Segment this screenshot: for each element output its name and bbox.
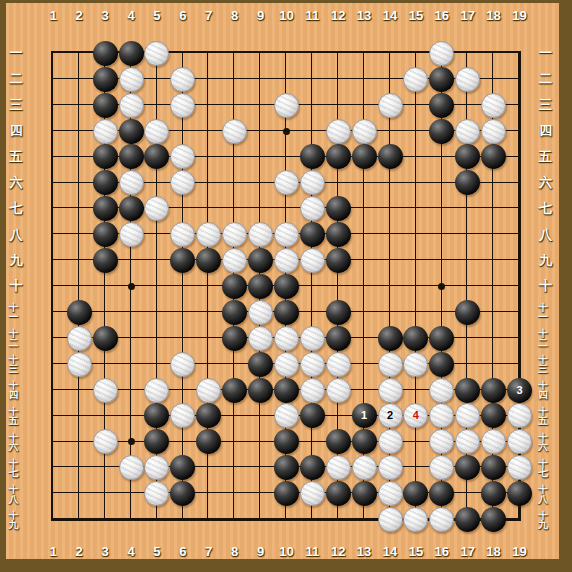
row-label: 十一	[8, 299, 19, 325]
black-stone-c14-r5[interactable]	[378, 144, 403, 169]
row-label: 十一	[538, 299, 549, 325]
row-label: 十八	[538, 481, 549, 507]
black-stone-c10-r10[interactable]	[274, 274, 299, 299]
black-stone-c4-r5[interactable]	[119, 144, 144, 169]
column-label: 17	[455, 7, 481, 23]
black-stone-c3-r1[interactable]	[93, 41, 118, 66]
column-label: 14	[377, 7, 403, 23]
white-stone-c11-r14[interactable]	[300, 378, 325, 403]
row-label: 十九	[538, 507, 549, 533]
row-label: 十五	[8, 403, 19, 429]
white-stone-c12-r4[interactable]	[326, 119, 351, 144]
white-stone-c4-r6[interactable]	[119, 170, 144, 195]
column-label: 19	[507, 7, 533, 23]
row-label: 四	[8, 118, 24, 144]
column-label: 16	[429, 544, 455, 560]
white-stone-c11-r18[interactable]	[300, 481, 325, 506]
column-label: 10	[273, 544, 299, 560]
move-number-label: 4	[413, 410, 419, 421]
black-stone-c4-r1[interactable]	[119, 41, 144, 66]
black-stone-c10-r17[interactable]	[274, 455, 299, 480]
column-label: 4	[118, 544, 144, 560]
white-stone-c9-r8[interactable]	[248, 222, 273, 247]
white-stone-c17-r2[interactable]	[455, 67, 480, 92]
black-stone-c16-r13[interactable]	[429, 352, 454, 377]
black-stone-c11-r17[interactable]	[300, 455, 325, 480]
white-stone-c6-r2[interactable]	[170, 67, 195, 92]
black-stone-c19-r18[interactable]	[507, 481, 532, 506]
white-stone-c17-r4[interactable]	[455, 119, 480, 144]
black-stone-c9-r9[interactable]	[248, 248, 273, 273]
white-stone-c4-r3[interactable]	[119, 93, 144, 118]
row-label: 十三	[8, 351, 19, 377]
row-label: 七	[8, 196, 24, 222]
black-stone-c12-r9[interactable]	[326, 248, 351, 273]
black-stone-c10-r14[interactable]	[274, 378, 299, 403]
black-stone-c4-r7[interactable]	[119, 196, 144, 221]
black-stone-c3-r2[interactable]	[93, 67, 118, 92]
white-stone-c15-r2[interactable]	[403, 67, 428, 92]
black-stone-c12-r11[interactable]	[326, 300, 351, 325]
row-label: 六	[8, 170, 24, 196]
row-label: 二	[8, 66, 24, 92]
white-stone-c10-r9[interactable]	[274, 248, 299, 273]
column-label: 7	[196, 7, 222, 23]
black-stone-c12-r18[interactable]	[326, 481, 351, 506]
column-label: 18	[481, 544, 507, 560]
black-stone-c18-r19[interactable]	[481, 507, 506, 532]
black-stone-c13-r18[interactable]	[352, 481, 377, 506]
black-stone-c19-r14[interactable]: 3	[507, 378, 532, 403]
black-stone-c18-r14[interactable]	[481, 378, 506, 403]
black-stone-c15-r12[interactable]	[403, 326, 428, 351]
column-label: 15	[403, 7, 429, 23]
white-stone-c4-r17[interactable]	[119, 455, 144, 480]
white-stone-c11-r12[interactable]	[300, 326, 325, 351]
white-stone-c19-r16[interactable]	[507, 429, 532, 454]
row-label: 一	[538, 40, 554, 66]
black-stone-c8-r14[interactable]	[222, 378, 247, 403]
column-label: 12	[325, 544, 351, 560]
white-stone-c11-r7[interactable]	[300, 196, 325, 221]
move-number-label: 3	[516, 385, 522, 396]
column-label: 1	[40, 7, 66, 23]
column-label: 12	[325, 7, 351, 23]
black-stone-c3-r3[interactable]	[93, 93, 118, 118]
black-stone-c4-r4[interactable]	[119, 119, 144, 144]
column-label: 18	[481, 7, 507, 23]
column-label: 5	[144, 7, 170, 23]
column-label: 6	[170, 7, 196, 23]
black-stone-c2-r11[interactable]	[67, 300, 92, 325]
black-stone-c3-r8[interactable]	[93, 222, 118, 247]
white-stone-c16-r1[interactable]	[429, 41, 454, 66]
row-label: 九	[8, 248, 24, 274]
white-stone-c12-r17[interactable]	[326, 455, 351, 480]
row-label: 五	[538, 144, 554, 170]
white-stone-c14-r19[interactable]	[378, 507, 403, 532]
column-label: 10	[273, 7, 299, 23]
black-stone-c12-r7[interactable]	[326, 196, 351, 221]
white-stone-c16-r14[interactable]	[429, 378, 454, 403]
black-stone-c10-r11[interactable]	[274, 300, 299, 325]
column-label: 9	[248, 7, 274, 23]
column-label: 8	[222, 7, 248, 23]
white-stone-c6-r13[interactable]	[170, 352, 195, 377]
black-stone-c9-r13[interactable]	[248, 352, 273, 377]
black-stone-c12-r12[interactable]	[326, 326, 351, 351]
black-stone-c8-r10[interactable]	[222, 274, 247, 299]
row-label: 八	[538, 222, 554, 248]
column-label: 7	[196, 544, 222, 560]
black-stone-c3-r5[interactable]	[93, 144, 118, 169]
black-stone-c9-r10[interactable]	[248, 274, 273, 299]
white-stone-c3-r14[interactable]	[93, 378, 118, 403]
column-label: 3	[92, 7, 118, 23]
black-stone-c16-r12[interactable]	[429, 326, 454, 351]
white-stone-c19-r15[interactable]	[507, 403, 532, 428]
column-label: 13	[351, 7, 377, 23]
row-label: 三	[538, 92, 554, 118]
column-label: 1	[40, 544, 66, 560]
black-stone-c3-r9[interactable]	[93, 248, 118, 273]
white-stone-c5-r14[interactable]	[144, 378, 169, 403]
white-stone-c13-r17[interactable]	[352, 455, 377, 480]
black-stone-c17-r14[interactable]	[455, 378, 480, 403]
row-label: 三	[8, 92, 24, 118]
black-stone-c11-r8[interactable]	[300, 222, 325, 247]
row-label: 一	[8, 40, 24, 66]
column-label: 5	[144, 544, 170, 560]
white-stone-c5-r4[interactable]	[144, 119, 169, 144]
column-label: 13	[351, 544, 377, 560]
white-stone-c14-r17[interactable]	[378, 455, 403, 480]
white-stone-c9-r11[interactable]	[248, 300, 273, 325]
white-stone-c15-r13[interactable]	[403, 352, 428, 377]
row-label: 五	[8, 144, 24, 170]
black-stone-c10-r18[interactable]	[274, 481, 299, 506]
white-stone-c15-r19[interactable]	[403, 507, 428, 532]
white-stone-c8-r4[interactable]	[222, 119, 247, 144]
star-point	[128, 438, 135, 445]
row-label: 二	[538, 66, 554, 92]
white-stone-c11-r6[interactable]	[300, 170, 325, 195]
column-label: 11	[299, 7, 325, 23]
row-label: 十五	[538, 403, 549, 429]
row-label: 十七	[8, 455, 19, 481]
row-label: 十六	[8, 429, 19, 455]
black-stone-c12-r8[interactable]	[326, 222, 351, 247]
go-board-screenshot: { "game": "go", "board": { "size": 19, "…	[0, 0, 572, 572]
black-stone-c13-r15[interactable]: 1	[352, 403, 377, 428]
goban-board[interactable]: 12345678910111213141516171819 1234567891…	[6, 3, 559, 559]
black-stone-c3-r7[interactable]	[93, 196, 118, 221]
white-stone-c14-r16[interactable]	[378, 429, 403, 454]
black-stone-c14-r12[interactable]	[378, 326, 403, 351]
move-number-label: 2	[387, 410, 393, 421]
black-stone-c9-r14[interactable]	[248, 378, 273, 403]
column-label: 16	[429, 7, 455, 23]
white-stone-c13-r4[interactable]	[352, 119, 377, 144]
white-stone-c16-r19[interactable]	[429, 507, 454, 532]
row-label: 十六	[538, 429, 549, 455]
row-label: 十四	[8, 377, 19, 403]
column-label: 6	[170, 544, 196, 560]
white-stone-c14-r3[interactable]	[378, 93, 403, 118]
black-stone-c13-r5[interactable]	[352, 144, 377, 169]
white-stone-c3-r16[interactable]	[93, 429, 118, 454]
white-stone-c11-r13[interactable]	[300, 352, 325, 377]
black-stone-c8-r11[interactable]	[222, 300, 247, 325]
move-number-label: 1	[361, 410, 367, 421]
white-stone-c6-r3[interactable]	[170, 93, 195, 118]
black-stone-c17-r19[interactable]	[455, 507, 480, 532]
white-stone-c8-r9[interactable]	[222, 248, 247, 273]
row-label: 十	[8, 273, 24, 299]
row-label: 六	[538, 170, 554, 196]
black-stone-c3-r6[interactable]	[93, 170, 118, 195]
column-label: 4	[118, 7, 144, 23]
white-stone-c2-r12[interactable]	[67, 326, 92, 351]
white-stone-c12-r14[interactable]	[326, 378, 351, 403]
white-stone-c11-r9[interactable]	[300, 248, 325, 273]
white-stone-c12-r13[interactable]	[326, 352, 351, 377]
column-label: 15	[403, 544, 429, 560]
black-stone-c16-r4[interactable]	[429, 119, 454, 144]
column-label: 11	[299, 544, 325, 560]
black-stone-c12-r5[interactable]	[326, 144, 351, 169]
row-label: 七	[538, 196, 554, 222]
white-stone-c10-r12[interactable]	[274, 326, 299, 351]
white-stone-c9-r12[interactable]	[248, 326, 273, 351]
column-label: 14	[377, 544, 403, 560]
white-stone-c18-r4[interactable]	[481, 119, 506, 144]
white-stone-c10-r3[interactable]	[274, 93, 299, 118]
column-label: 19	[507, 544, 533, 560]
column-label: 8	[222, 544, 248, 560]
row-label: 十三	[538, 351, 549, 377]
black-stone-c13-r16[interactable]	[352, 429, 377, 454]
black-stone-c16-r3[interactable]	[429, 93, 454, 118]
column-label: 2	[66, 544, 92, 560]
black-stone-c3-r12[interactable]	[93, 326, 118, 351]
row-label: 十	[538, 273, 554, 299]
white-stone-c2-r13[interactable]	[67, 352, 92, 377]
black-stone-c16-r2[interactable]	[429, 67, 454, 92]
row-label: 十七	[538, 455, 549, 481]
white-stone-c14-r14[interactable]	[378, 378, 403, 403]
white-stone-c19-r17[interactable]	[507, 455, 532, 480]
black-stone-c8-r12[interactable]	[222, 326, 247, 351]
star-point	[283, 128, 290, 135]
white-stone-c10-r8[interactable]	[274, 222, 299, 247]
row-label: 八	[8, 222, 24, 248]
row-label: 十二	[538, 325, 549, 351]
white-stone-c3-r4[interactable]	[93, 119, 118, 144]
white-stone-c14-r15[interactable]: 2	[378, 403, 403, 428]
white-stone-c4-r8[interactable]	[119, 222, 144, 247]
column-label: 9	[248, 544, 274, 560]
white-stone-c18-r3[interactable]	[481, 93, 506, 118]
white-stone-c14-r18[interactable]	[378, 481, 403, 506]
column-label: 3	[92, 544, 118, 560]
star-point	[128, 283, 135, 290]
row-label: 九	[538, 248, 554, 274]
black-stone-c17-r11[interactable]	[455, 300, 480, 325]
white-stone-c14-r13[interactable]	[378, 352, 403, 377]
row-label: 十八	[8, 481, 19, 507]
column-label: 2	[66, 7, 92, 23]
white-stone-c4-r2[interactable]	[119, 67, 144, 92]
white-stone-c7-r14[interactable]	[196, 378, 221, 403]
row-label: 十九	[8, 507, 19, 533]
row-label: 四	[538, 118, 554, 144]
black-stone-c12-r16[interactable]	[326, 429, 351, 454]
row-label: 十四	[538, 377, 549, 403]
column-label: 17	[455, 544, 481, 560]
white-stone-c10-r13[interactable]	[274, 352, 299, 377]
row-label: 十二	[8, 325, 19, 351]
